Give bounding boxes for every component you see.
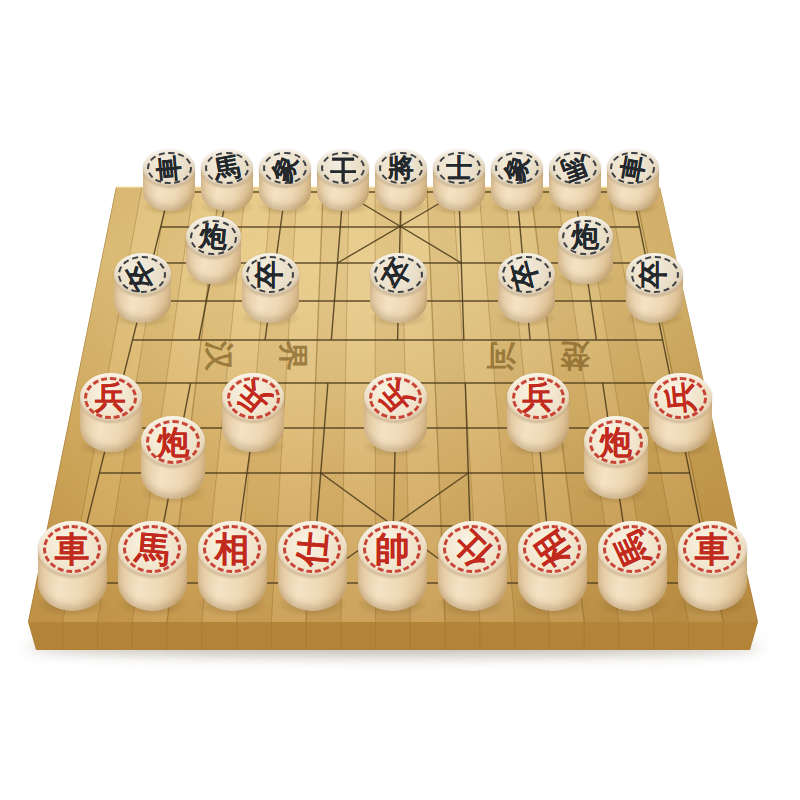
piece-red-soldier[interactable]: 兵 xyxy=(507,373,569,452)
piece-black-chariot[interactable]: 車 xyxy=(143,149,195,212)
piece-black-soldier[interactable]: 卒 xyxy=(114,253,171,323)
piece-black-cannon[interactable]: 炮 xyxy=(186,216,241,283)
piece-character: 兵 xyxy=(507,373,569,422)
piece-red-elephant[interactable]: 相 xyxy=(518,521,587,612)
piece-black-soldier[interactable]: 卒 xyxy=(626,253,683,323)
piece-character: 馬 xyxy=(115,518,189,580)
piece-black-advisor[interactable]: 士 xyxy=(317,149,369,212)
piece-top-face: 兵 xyxy=(649,373,711,422)
piece-black-cannon[interactable]: 炮 xyxy=(558,216,613,283)
piece-red-soldier[interactable]: 兵 xyxy=(222,373,284,452)
piece-red-soldier[interactable]: 兵 xyxy=(80,373,142,452)
piece-top-face: 仕 xyxy=(278,521,347,578)
piece-top-face: 將 xyxy=(375,149,427,188)
piece-character: 卒 xyxy=(633,246,676,303)
piece-top-face: 車 xyxy=(143,149,195,188)
piece-red-soldier[interactable]: 兵 xyxy=(649,373,711,452)
piece-top-face: 炮 xyxy=(186,216,241,258)
piece-character: 帥 xyxy=(358,521,427,578)
piece-black-advisor[interactable]: 士 xyxy=(433,149,485,212)
piece-black-soldier[interactable]: 卒 xyxy=(498,253,555,323)
piece-top-face: 卒 xyxy=(498,253,555,296)
piece-red-advisor[interactable]: 仕 xyxy=(438,521,507,612)
piece-black-elephant[interactable]: 象 xyxy=(259,149,311,212)
piece-top-face: 兵 xyxy=(364,373,426,422)
piece-character: 兵 xyxy=(653,365,707,431)
piece-red-chariot[interactable]: 車 xyxy=(38,521,107,612)
piece-character: 士 xyxy=(317,149,369,188)
piece-red-elephant[interactable]: 相 xyxy=(198,521,267,612)
piece-character: 相 xyxy=(198,521,267,578)
piece-top-face: 相 xyxy=(198,521,267,578)
piece-black-elephant[interactable]: 象 xyxy=(491,149,543,212)
piece-red-general[interactable]: 帥 xyxy=(358,521,427,612)
piece-character: 兵 xyxy=(80,373,142,422)
piece-top-face: 馬 xyxy=(118,521,187,578)
piece-character: 仕 xyxy=(281,512,343,586)
piece-black-general[interactable]: 將 xyxy=(375,149,427,212)
piece-black-soldier[interactable]: 卒 xyxy=(370,253,427,323)
piece-top-face: 兵 xyxy=(507,373,569,422)
piece-top-face: 卒 xyxy=(370,253,427,296)
piece-top-face: 卒 xyxy=(242,253,299,296)
piece-character: 炮 xyxy=(184,214,243,260)
piece-top-face: 兵 xyxy=(222,373,284,422)
xiangqi-scene: 汉界河楚 車馬象士將士象馬車炮炮卒卒卒卒卒兵兵兵兵兵炮炮車馬相仕帥仕相馬車 xyxy=(0,0,800,800)
piece-top-face: 仕 xyxy=(438,521,507,578)
piece-character: 炮 xyxy=(141,416,205,467)
piece-top-face: 帥 xyxy=(358,521,427,578)
piece-red-horse[interactable]: 馬 xyxy=(598,521,667,612)
piece-top-face: 車 xyxy=(678,521,747,578)
piece-top-face: 象 xyxy=(491,149,543,188)
piece-character: 車 xyxy=(38,521,107,578)
piece-red-cannon[interactable]: 炮 xyxy=(584,416,648,498)
piece-top-face: 車 xyxy=(607,149,659,188)
piece-character: 炮 xyxy=(558,216,613,258)
piece-top-face: 炮 xyxy=(558,216,613,258)
piece-top-face: 炮 xyxy=(141,416,205,467)
piece-character: 將 xyxy=(375,149,427,188)
piece-red-soldier[interactable]: 兵 xyxy=(364,373,426,452)
piece-character: 士 xyxy=(433,149,485,188)
piece-top-face: 相 xyxy=(518,521,587,578)
piece-character: 車 xyxy=(148,140,191,195)
piece-black-horse[interactable]: 馬 xyxy=(549,149,601,212)
piece-character: 車 xyxy=(678,521,747,578)
piece-top-face: 馬 xyxy=(201,149,253,188)
piece-top-face: 炮 xyxy=(584,416,648,467)
piece-black-soldier[interactable]: 卒 xyxy=(242,253,299,323)
piece-black-chariot[interactable]: 車 xyxy=(607,149,659,212)
piece-character: 卒 xyxy=(249,246,292,303)
piece-red-cannon[interactable]: 炮 xyxy=(141,416,205,498)
piece-top-face: 卒 xyxy=(626,253,683,296)
piece-top-face: 士 xyxy=(433,149,485,188)
piece-black-horse[interactable]: 馬 xyxy=(201,149,253,212)
piece-red-advisor[interactable]: 仕 xyxy=(278,521,347,612)
piece-top-face: 馬 xyxy=(549,149,601,188)
piece-top-face: 車 xyxy=(38,521,107,578)
piece-character: 炮 xyxy=(584,416,648,467)
piece-top-face: 士 xyxy=(317,149,369,188)
piece-red-chariot[interactable]: 車 xyxy=(678,521,747,612)
pieces-layer: 車馬象士將士象馬車炮炮卒卒卒卒卒兵兵兵兵兵炮炮車馬相仕帥仕相馬車 xyxy=(0,0,800,800)
piece-top-face: 兵 xyxy=(80,373,142,422)
piece-top-face: 馬 xyxy=(598,521,667,578)
piece-top-face: 卒 xyxy=(114,253,171,296)
piece-red-horse[interactable]: 馬 xyxy=(118,521,187,612)
